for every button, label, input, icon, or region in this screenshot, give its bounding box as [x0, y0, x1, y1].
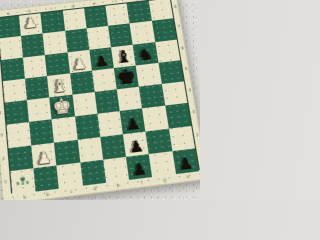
file-label-a: a — [12, 193, 36, 200]
white-bishop-c5: ♝ — [51, 77, 69, 96]
square-d6: ♟ — [67, 49, 92, 73]
chess-board: abcdefgh 87654321 ♟♟♟♝♞♝♚♚♟♟♟♚♜♛♜♟♟ 8765… — [0, 0, 200, 200]
black-pawn-e6: ♟ — [94, 53, 110, 69]
square-h1: ♟ — [172, 148, 199, 174]
square-e4 — [95, 89, 120, 114]
square-a1: ♚♜♛♜ — [10, 168, 36, 195]
square-d4 — [72, 92, 97, 117]
square-h5 — [158, 60, 184, 84]
square-f8 — [105, 3, 129, 26]
black-knight-g6: ♞ — [137, 46, 154, 63]
square-c3 — [52, 117, 77, 142]
file-label-h: h — [176, 173, 200, 181]
black-king-f5: ♚ — [116, 66, 138, 88]
square-b6 — [23, 54, 47, 78]
square-c5: ♝ — [47, 73, 72, 97]
square-d7 — [65, 29, 89, 52]
crest-bottom-glyphs: ♜♛♜ — [16, 181, 31, 187]
square-g7 — [130, 21, 155, 44]
square-h6 — [155, 39, 180, 63]
square-g4 — [139, 84, 165, 109]
file-label-e: e — [106, 182, 130, 190]
black-bishop-f6: ♝ — [115, 48, 133, 66]
square-h7 — [152, 19, 177, 42]
square-h4 — [161, 81, 187, 105]
black-pawn-f3: ♟ — [125, 115, 141, 132]
white-pawn-b2: ♟ — [36, 149, 52, 167]
black-pawn-f2: ♟ — [128, 137, 144, 155]
square-b4 — [27, 97, 52, 122]
square-a6 — [1, 57, 25, 81]
square-b1 — [33, 165, 59, 191]
black-pawn-h1: ♟ — [177, 155, 194, 173]
square-a7 — [0, 36, 23, 59]
square-e3 — [97, 111, 123, 136]
square-f4 — [117, 87, 143, 112]
square-a8 — [0, 16, 21, 39]
square-f1: ♟ — [126, 154, 152, 180]
square-f7 — [108, 24, 133, 47]
file-label-g: g — [153, 176, 177, 184]
square-b3 — [29, 119, 54, 144]
square-e7 — [87, 26, 112, 49]
square-f5: ♚ — [114, 65, 139, 89]
crest-logo-icon: ♚♜♛♜ — [11, 169, 34, 193]
square-c1 — [57, 162, 83, 188]
file-label-f: f — [130, 179, 154, 187]
white-pawn-b8: ♟ — [23, 15, 38, 31]
file-label-c: c — [60, 187, 84, 195]
board-middle: 87654321 ♟♟♟♝♞♝♚♚♟♟♟♚♜♛♜♟♟ 87654321 — [0, 0, 200, 195]
square-d1 — [80, 159, 106, 185]
square-f6: ♝ — [111, 44, 136, 68]
square-b5 — [25, 76, 50, 100]
square-f3: ♟ — [120, 109, 146, 134]
square-b8: ♟ — [19, 13, 43, 36]
square-c6 — [45, 52, 69, 76]
square-f2: ♟ — [123, 131, 149, 157]
white-king-c4: ♚ — [51, 95, 72, 118]
file-label-d: d — [83, 185, 107, 193]
square-c7 — [43, 31, 67, 54]
square-h2 — [168, 125, 194, 151]
square-a4 — [5, 100, 30, 125]
square-e5 — [92, 68, 117, 92]
square-d3 — [75, 114, 100, 139]
square-a3 — [6, 122, 31, 147]
square-e8 — [84, 6, 108, 29]
square-d8 — [62, 8, 86, 31]
square-e1 — [103, 157, 129, 183]
white-pawn-d6: ♟ — [72, 55, 87, 71]
square-g8 — [127, 1, 152, 24]
square-g6: ♞ — [133, 42, 158, 66]
square-e6: ♟ — [89, 47, 114, 71]
black-pawn-f1: ♟ — [131, 160, 148, 178]
square-c8 — [41, 11, 65, 34]
square-c4: ♚ — [50, 95, 75, 120]
square-d2 — [77, 136, 103, 162]
square-e2 — [100, 134, 126, 160]
square-g5 — [136, 63, 161, 87]
square-a5 — [3, 78, 27, 102]
board-grid: ♟♟♟♝♞♝♚♚♟♟♟♚♜♛♜♟♟ — [0, 0, 200, 193]
square-a2 — [8, 145, 33, 171]
square-d5 — [70, 70, 95, 94]
square-c2 — [54, 139, 80, 165]
square-b2: ♟ — [31, 142, 56, 168]
crest-top-glyph: ♚ — [19, 176, 26, 183]
square-h3 — [165, 103, 191, 128]
file-label-b: b — [36, 190, 60, 198]
square-b7 — [21, 34, 45, 57]
